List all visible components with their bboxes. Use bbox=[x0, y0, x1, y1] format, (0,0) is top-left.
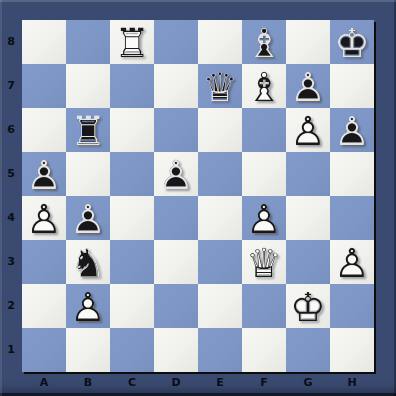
square-d3[interactable] bbox=[154, 240, 198, 284]
square-a8[interactable] bbox=[22, 20, 66, 64]
square-h7[interactable] bbox=[330, 64, 374, 108]
square-a2[interactable] bbox=[22, 284, 66, 328]
rook-glyph-outline: ♖ bbox=[66, 108, 110, 152]
square-d2[interactable] bbox=[154, 284, 198, 328]
square-d7[interactable] bbox=[154, 64, 198, 108]
king-glyph-outline: ♔ bbox=[286, 284, 330, 328]
square-g1[interactable] bbox=[286, 328, 330, 372]
square-a1[interactable] bbox=[22, 328, 66, 372]
square-c2[interactable] bbox=[110, 284, 154, 328]
square-g7[interactable]: ♟♙ bbox=[286, 64, 330, 108]
square-c6[interactable] bbox=[110, 108, 154, 152]
square-g4[interactable] bbox=[286, 196, 330, 240]
black-pawn-piece[interactable]: ♟♙ bbox=[286, 64, 330, 108]
black-pawn-piece[interactable]: ♟♙ bbox=[154, 152, 198, 196]
pawn-glyph-outline: ♙ bbox=[286, 108, 330, 152]
file-labels: ABCDEFGH bbox=[22, 374, 374, 391]
square-d1[interactable] bbox=[154, 328, 198, 372]
square-c1[interactable] bbox=[110, 328, 154, 372]
black-pawn-piece[interactable]: ♟♙ bbox=[330, 108, 374, 152]
square-h2[interactable] bbox=[330, 284, 374, 328]
square-c4[interactable] bbox=[110, 196, 154, 240]
square-b3[interactable]: ♞♘ bbox=[66, 240, 110, 284]
square-f5[interactable] bbox=[242, 152, 286, 196]
white-pawn-piece[interactable]: ♟♙ bbox=[286, 108, 330, 152]
square-e1[interactable] bbox=[198, 328, 242, 372]
queen-glyph-outline: ♕ bbox=[242, 240, 286, 284]
rank-label-6: 6 bbox=[0, 108, 22, 152]
file-label-c: C bbox=[110, 374, 154, 391]
square-h4[interactable] bbox=[330, 196, 374, 240]
square-a3[interactable] bbox=[22, 240, 66, 284]
square-d5[interactable]: ♟♙ bbox=[154, 152, 198, 196]
square-b1[interactable] bbox=[66, 328, 110, 372]
pawn-glyph-outline: ♙ bbox=[22, 196, 66, 240]
pawn-glyph-outline: ♙ bbox=[286, 64, 330, 108]
square-b6[interactable]: ♜♖ bbox=[66, 108, 110, 152]
pawn-glyph-outline: ♙ bbox=[330, 108, 374, 152]
white-king-piece[interactable]: ♚♔ bbox=[286, 284, 330, 328]
rank-label-4: 4 bbox=[0, 196, 22, 240]
black-bishop-piece[interactable]: ♝♗ bbox=[242, 20, 286, 64]
square-g5[interactable] bbox=[286, 152, 330, 196]
square-f7[interactable]: ♝♗ bbox=[242, 64, 286, 108]
square-e2[interactable] bbox=[198, 284, 242, 328]
file-label-g: G bbox=[286, 374, 330, 391]
file-label-b: B bbox=[66, 374, 110, 391]
white-pawn-piece[interactable]: ♟♙ bbox=[22, 196, 66, 240]
rank-label-1: 1 bbox=[0, 328, 22, 372]
chess-diagram: 87654321 ♜♖♝♗♚♔♛♕♝♗♟♙♜♖♟♙♟♙♟♙♟♙♟♙♟♙♟♙♞♘♛… bbox=[0, 0, 396, 396]
square-e8[interactable] bbox=[198, 20, 242, 64]
black-pawn-piece[interactable]: ♟♙ bbox=[22, 152, 66, 196]
square-f6[interactable] bbox=[242, 108, 286, 152]
white-pawn-piece[interactable]: ♟♙ bbox=[66, 284, 110, 328]
rank-label-7: 7 bbox=[0, 64, 22, 108]
knight-glyph-outline: ♘ bbox=[66, 240, 110, 284]
bishop-glyph-outline: ♗ bbox=[242, 64, 286, 108]
square-b4[interactable]: ♟♙ bbox=[66, 196, 110, 240]
square-b8[interactable] bbox=[66, 20, 110, 64]
square-h5[interactable] bbox=[330, 152, 374, 196]
square-g8[interactable] bbox=[286, 20, 330, 64]
square-f4[interactable]: ♟♙ bbox=[242, 196, 286, 240]
square-g6[interactable]: ♟♙ bbox=[286, 108, 330, 152]
pawn-glyph-outline: ♙ bbox=[66, 196, 110, 240]
square-h6[interactable]: ♟♙ bbox=[330, 108, 374, 152]
file-label-d: D bbox=[154, 374, 198, 391]
square-c3[interactable] bbox=[110, 240, 154, 284]
square-c8[interactable]: ♜♖ bbox=[110, 20, 154, 64]
square-a5[interactable]: ♟♙ bbox=[22, 152, 66, 196]
square-d4[interactable] bbox=[154, 196, 198, 240]
square-b7[interactable] bbox=[66, 64, 110, 108]
bishop-glyph-outline: ♗ bbox=[242, 20, 286, 64]
square-e3[interactable] bbox=[198, 240, 242, 284]
square-g2[interactable]: ♚♔ bbox=[286, 284, 330, 328]
square-h8[interactable]: ♚♔ bbox=[330, 20, 374, 64]
file-label-f: F bbox=[242, 374, 286, 391]
rank-label-5: 5 bbox=[0, 152, 22, 196]
square-a6[interactable] bbox=[22, 108, 66, 152]
black-knight-piece[interactable]: ♞♘ bbox=[66, 240, 110, 284]
white-pawn-piece[interactable]: ♟♙ bbox=[242, 196, 286, 240]
pawn-glyph-outline: ♙ bbox=[22, 152, 66, 196]
queen-glyph-outline: ♕ bbox=[198, 64, 242, 108]
square-b5[interactable] bbox=[66, 152, 110, 196]
square-f1[interactable] bbox=[242, 328, 286, 372]
rank-labels: 87654321 bbox=[0, 20, 22, 372]
chessboard: ♜♖♝♗♚♔♛♕♝♗♟♙♜♖♟♙♟♙♟♙♟♙♟♙♟♙♟♙♞♘♛♕♟♙♟♙♚♔ bbox=[22, 20, 374, 372]
square-f8[interactable]: ♝♗ bbox=[242, 20, 286, 64]
square-d6[interactable] bbox=[154, 108, 198, 152]
square-c5[interactable] bbox=[110, 152, 154, 196]
pawn-glyph-outline: ♙ bbox=[242, 196, 286, 240]
square-e4[interactable] bbox=[198, 196, 242, 240]
white-pawn-piece[interactable]: ♟♙ bbox=[330, 240, 374, 284]
square-e5[interactable] bbox=[198, 152, 242, 196]
square-g3[interactable] bbox=[286, 240, 330, 284]
square-e7[interactable]: ♛♕ bbox=[198, 64, 242, 108]
white-bishop-piece[interactable]: ♝♗ bbox=[242, 64, 286, 108]
square-f3[interactable]: ♛♕ bbox=[242, 240, 286, 284]
black-pawn-piece[interactable]: ♟♙ bbox=[66, 196, 110, 240]
pawn-glyph-outline: ♙ bbox=[66, 284, 110, 328]
square-d8[interactable] bbox=[154, 20, 198, 64]
pawn-glyph-outline: ♙ bbox=[330, 240, 374, 284]
pawn-glyph-outline: ♙ bbox=[154, 152, 198, 196]
black-rook-piece[interactable]: ♜♖ bbox=[66, 108, 110, 152]
rank-label-3: 3 bbox=[0, 240, 22, 284]
square-a4[interactable]: ♟♙ bbox=[22, 196, 66, 240]
square-h3[interactable]: ♟♙ bbox=[330, 240, 374, 284]
white-rook-piece[interactable]: ♜♖ bbox=[110, 20, 154, 64]
square-b2[interactable]: ♟♙ bbox=[66, 284, 110, 328]
square-c7[interactable] bbox=[110, 64, 154, 108]
square-h1[interactable] bbox=[330, 328, 374, 372]
file-label-e: E bbox=[198, 374, 242, 391]
black-king-piece[interactable]: ♚♔ bbox=[330, 20, 374, 64]
black-queen-piece[interactable]: ♛♕ bbox=[198, 64, 242, 108]
square-a7[interactable] bbox=[22, 64, 66, 108]
rank-label-2: 2 bbox=[0, 284, 22, 328]
file-label-h: H bbox=[330, 374, 374, 391]
file-label-a: A bbox=[22, 374, 66, 391]
rank-label-8: 8 bbox=[0, 20, 22, 64]
king-glyph-outline: ♔ bbox=[330, 20, 374, 64]
rook-glyph-outline: ♖ bbox=[110, 20, 154, 64]
square-e6[interactable] bbox=[198, 108, 242, 152]
square-f2[interactable] bbox=[242, 284, 286, 328]
white-queen-piece[interactable]: ♛♕ bbox=[242, 240, 286, 284]
